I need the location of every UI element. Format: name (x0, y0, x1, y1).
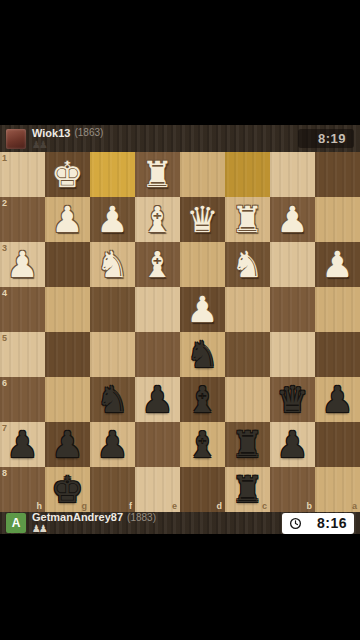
square-d2[interactable]: ♛ (180, 197, 225, 242)
square-c2[interactable]: ♜ (225, 197, 270, 242)
square-c4[interactable] (225, 287, 270, 332)
square-b7[interactable]: ♟ (270, 422, 315, 467)
square-d4[interactable]: ♟ (180, 287, 225, 332)
top-captured-pieces: ♟♟ (32, 140, 298, 150)
bottom-player-clock: 8:16 (282, 513, 354, 534)
square-g5[interactable] (45, 332, 90, 377)
piece-bR-c7[interactable]: ♜ (225, 422, 270, 467)
piece-bQ-b6[interactable]: ♛ (270, 377, 315, 422)
file-label-a: a (352, 502, 357, 511)
piece-bN-d5[interactable]: ♞ (180, 332, 225, 377)
square-e2[interactable]: ♝ (135, 197, 180, 242)
square-g6[interactable] (45, 377, 90, 422)
letterbox-bottom (0, 534, 360, 640)
square-c3[interactable]: ♞ (225, 242, 270, 287)
square-d1[interactable] (180, 152, 225, 197)
square-c8[interactable]: c♜ (225, 467, 270, 512)
piece-wN-c3[interactable]: ♞ (225, 242, 270, 287)
square-d7[interactable]: ♝ (180, 422, 225, 467)
square-e8[interactable]: e (135, 467, 180, 512)
square-f1[interactable] (90, 152, 135, 197)
square-f6[interactable]: ♞ (90, 377, 135, 422)
piece-wP-a3[interactable]: ♟ (315, 242, 360, 287)
rank-label-6: 6 (2, 379, 7, 388)
rank-label-1: 1 (2, 154, 7, 163)
file-label-e: e (172, 502, 177, 511)
square-b8[interactable]: b (270, 467, 315, 512)
app-screen: Wiok13 (1863) ♟♟ 8:19 1♚♜2♟♟♝♛♜♟3♟♞♝♞♟4♟… (0, 0, 360, 640)
square-e4[interactable] (135, 287, 180, 332)
bottom-captured-pieces: ♟♟ (32, 524, 282, 534)
ukraine-flag-icon (160, 513, 173, 522)
piece-wR-e1[interactable]: ♜ (135, 152, 180, 197)
square-g4[interactable] (45, 287, 90, 332)
square-b6[interactable]: ♛ (270, 377, 315, 422)
clock-icon (289, 517, 302, 530)
rank-label-5: 5 (2, 334, 7, 343)
square-h7[interactable]: 7♟ (0, 422, 45, 467)
square-h5[interactable]: 5 (0, 332, 45, 377)
piece-bP-f7[interactable]: ♟ (90, 422, 135, 467)
square-a2[interactable] (315, 197, 360, 242)
square-a6[interactable]: ♟ (315, 377, 360, 422)
square-f5[interactable] (90, 332, 135, 377)
square-b5[interactable] (270, 332, 315, 377)
square-c1[interactable] (225, 152, 270, 197)
piece-bP-e6[interactable]: ♟ (135, 377, 180, 422)
square-b2[interactable]: ♟ (270, 197, 315, 242)
bottom-player-name: GetmanAndrey87 (32, 512, 123, 523)
square-f2[interactable]: ♟ (90, 197, 135, 242)
square-h2[interactable]: 2 (0, 197, 45, 242)
square-g1[interactable]: ♚ (45, 152, 90, 197)
bottom-player-rating: (1883) (127, 513, 156, 523)
square-f7[interactable]: ♟ (90, 422, 135, 467)
piece-wB-e3[interactable]: ♝ (135, 242, 180, 287)
square-g7[interactable]: ♟ (45, 422, 90, 467)
top-player-rating: (1863) (74, 128, 103, 138)
square-h6[interactable]: 6 (0, 377, 45, 422)
top-player-name: Wiok13 (32, 128, 70, 139)
top-player-clock: 8:19 (298, 129, 354, 148)
piece-bN-f6[interactable]: ♞ (90, 377, 135, 422)
piece-wR-c2[interactable]: ♜ (225, 197, 270, 242)
square-a5[interactable] (315, 332, 360, 377)
chess-board[interactable]: 1♚♜2♟♟♝♛♜♟3♟♞♝♞♟4♟5♞6♞♟♝♛♟7♟♟♟♝♜♟8hg♚fed… (0, 152, 360, 512)
bottom-player-info: GetmanAndrey87 (1883) ♟♟ (32, 512, 282, 534)
square-f3[interactable]: ♞ (90, 242, 135, 287)
square-e6[interactable]: ♟ (135, 377, 180, 422)
square-e5[interactable] (135, 332, 180, 377)
piece-wP-b2[interactable]: ♟ (270, 197, 315, 242)
rank-label-7: 7 (2, 424, 7, 433)
square-b4[interactable] (270, 287, 315, 332)
square-c7[interactable]: ♜ (225, 422, 270, 467)
square-e7[interactable] (135, 422, 180, 467)
square-b1[interactable] (270, 152, 315, 197)
file-label-f: f (129, 502, 132, 511)
square-a3[interactable]: ♟ (315, 242, 360, 287)
square-a1[interactable] (315, 152, 360, 197)
piece-bP-a6[interactable]: ♟ (315, 377, 360, 422)
rank-label-2: 2 (2, 199, 7, 208)
top-player-info: Wiok13 (1863) ♟♟ (32, 128, 298, 150)
piece-wB-e2[interactable]: ♝ (135, 197, 180, 242)
file-label-g: g (82, 502, 88, 511)
poland-flag-icon (107, 129, 120, 138)
square-a7[interactable] (315, 422, 360, 467)
piece-wP-d4[interactable]: ♟ (180, 287, 225, 332)
piece-wP-f2[interactable]: ♟ (90, 197, 135, 242)
piece-wP-g2[interactable]: ♟ (45, 197, 90, 242)
rank-label-3: 3 (2, 244, 7, 253)
square-d5[interactable]: ♞ (180, 332, 225, 377)
square-e3[interactable]: ♝ (135, 242, 180, 287)
piece-wK-g1[interactable]: ♚ (45, 152, 90, 197)
square-f8[interactable]: f (90, 467, 135, 512)
top-player-bar[interactable]: Wiok13 (1863) ♟♟ 8:19 (0, 125, 360, 152)
rank-label-8: 8 (2, 469, 7, 478)
top-player-avatar[interactable] (6, 129, 26, 149)
square-g8[interactable]: g♚ (45, 467, 90, 512)
square-d8[interactable]: d (180, 467, 225, 512)
letterbox-top (0, 0, 360, 125)
square-h8[interactable]: 8h (0, 467, 45, 512)
square-a4[interactable] (315, 287, 360, 332)
square-e1[interactable]: ♜ (135, 152, 180, 197)
square-c6[interactable] (225, 377, 270, 422)
piece-bP-b7[interactable]: ♟ (270, 422, 315, 467)
bottom-player-bar[interactable]: A GetmanAndrey87 (1883) ♟♟ 8:16 (0, 512, 360, 534)
square-h4[interactable]: 4 (0, 287, 45, 332)
file-label-d: d (217, 502, 223, 511)
bottom-player-avatar[interactable]: A (6, 513, 26, 533)
piece-wQ-d2[interactable]: ♛ (180, 197, 225, 242)
square-d6[interactable]: ♝ (180, 377, 225, 422)
square-a8[interactable]: a (315, 467, 360, 512)
piece-wN-f3[interactable]: ♞ (90, 242, 135, 287)
file-label-c: c (262, 502, 267, 511)
file-label-h: h (37, 502, 43, 511)
square-h3[interactable]: 3♟ (0, 242, 45, 287)
square-f4[interactable] (90, 287, 135, 332)
square-g3[interactable] (45, 242, 90, 287)
piece-bP-g7[interactable]: ♟ (45, 422, 90, 467)
piece-bB-d7[interactable]: ♝ (180, 422, 225, 467)
square-g2[interactable]: ♟ (45, 197, 90, 242)
file-label-b: b (307, 502, 313, 511)
piece-bB-d6[interactable]: ♝ (180, 377, 225, 422)
square-c5[interactable] (225, 332, 270, 377)
square-h1[interactable]: 1 (0, 152, 45, 197)
square-b3[interactable] (270, 242, 315, 287)
square-d3[interactable] (180, 242, 225, 287)
rank-label-4: 4 (2, 289, 7, 298)
